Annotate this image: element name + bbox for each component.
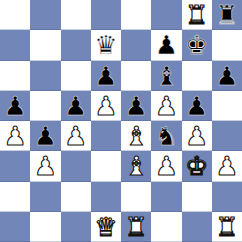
white-king[interactable]: ♚ [185,153,208,179]
square-a5[interactable]: ♟ [0,91,30,121]
square-a6[interactable] [0,61,30,91]
square-d1[interactable]: ♛ [91,212,121,242]
square-a7[interactable] [0,30,30,60]
square-d4[interactable] [91,121,121,151]
square-f5[interactable]: ♟ [151,91,181,121]
square-f1[interactable] [151,212,181,242]
square-a4[interactable]: ♟ [0,121,30,151]
square-h2[interactable] [212,182,242,212]
square-g3[interactable]: ♚ [182,151,212,181]
square-b6[interactable] [30,61,60,91]
square-e2[interactable] [121,182,151,212]
square-e8[interactable] [121,0,151,30]
square-e6[interactable] [121,61,151,91]
white-rook[interactable]: ♜ [185,2,208,28]
square-b1[interactable] [30,212,60,242]
square-h4[interactable] [212,121,242,151]
square-f6[interactable]: ♝ [151,61,181,91]
square-d7[interactable]: ♛ [91,30,121,60]
square-e5[interactable]: ♟ [121,91,151,121]
square-h8[interactable]: ♜ [212,0,242,30]
white-bishop[interactable]: ♝ [124,123,147,149]
white-rook[interactable]: ♜ [124,214,147,240]
square-g6[interactable] [182,61,212,91]
square-c5[interactable]: ♟ [61,91,91,121]
white-queen[interactable]: ♛ [94,214,117,240]
square-c4[interactable]: ♟ [61,121,91,151]
square-a1[interactable] [0,212,30,242]
square-g1[interactable] [182,212,212,242]
black-pawn[interactable]: ♟ [124,93,147,119]
square-g8[interactable]: ♜ [182,0,212,30]
black-pawn[interactable]: ♟ [64,93,87,119]
square-a3[interactable] [0,151,30,181]
square-g7[interactable]: ♚ [182,30,212,60]
square-b8[interactable] [30,0,60,30]
square-e3[interactable]: ♝ [121,151,151,181]
square-g2[interactable] [182,182,212,212]
square-c2[interactable] [61,182,91,212]
square-d3[interactable] [91,151,121,181]
square-b5[interactable] [30,91,60,121]
square-c7[interactable] [61,30,91,60]
square-e1[interactable]: ♜ [121,212,151,242]
square-f2[interactable] [151,182,181,212]
square-e7[interactable] [121,30,151,60]
black-pawn[interactable]: ♟ [94,63,117,89]
black-king[interactable]: ♚ [185,32,208,58]
white-pawn[interactable]: ♟ [155,93,178,119]
square-f7[interactable]: ♟ [151,30,181,60]
black-queen[interactable]: ♛ [94,32,117,58]
square-c6[interactable] [61,61,91,91]
black-bishop[interactable]: ♝ [155,63,178,89]
black-knight[interactable]: ♞ [155,123,178,149]
black-pawn[interactable]: ♟ [34,123,57,149]
white-rook[interactable]: ♜ [215,214,238,240]
square-h6[interactable]: ♟ [212,61,242,91]
square-h5[interactable] [212,91,242,121]
square-d5[interactable]: ♟ [91,91,121,121]
square-e4[interactable]: ♝ [121,121,151,151]
square-f8[interactable] [151,0,181,30]
square-c3[interactable] [61,151,91,181]
square-h3[interactable]: ♟ [212,151,242,181]
white-pawn[interactable]: ♟ [215,153,238,179]
square-g5[interactable]: ♟ [182,91,212,121]
square-c1[interactable] [61,212,91,242]
white-pawn[interactable]: ♟ [64,123,87,149]
white-bishop[interactable]: ♝ [124,153,147,179]
white-pawn[interactable]: ♟ [3,123,26,149]
square-b2[interactable] [30,182,60,212]
square-f4[interactable]: ♞ [151,121,181,151]
square-a8[interactable] [0,0,30,30]
square-b7[interactable] [30,30,60,60]
square-h1[interactable]: ♜ [212,212,242,242]
white-pawn[interactable]: ♟ [34,153,57,179]
black-pawn[interactable]: ♟ [215,63,238,89]
square-h7[interactable] [212,30,242,60]
black-rook[interactable]: ♜ [215,2,238,28]
black-pawn[interactable]: ♟ [3,93,26,119]
chess-board: ♜♜♛♟♚♟♝♟♟♟♟♟♟♟♟♟♟♝♞♟♟♝♟♚♟♛♜♜ [0,0,242,242]
square-b4[interactable]: ♟ [30,121,60,151]
square-d6[interactable]: ♟ [91,61,121,91]
square-c8[interactable] [61,0,91,30]
square-d8[interactable] [91,0,121,30]
square-d2[interactable] [91,182,121,212]
square-g4[interactable]: ♟ [182,121,212,151]
square-f3[interactable]: ♟ [151,151,181,181]
white-pawn[interactable]: ♟ [185,123,208,149]
square-b3[interactable]: ♟ [30,151,60,181]
white-pawn[interactable]: ♟ [155,153,178,179]
white-pawn[interactable]: ♟ [94,93,117,119]
black-pawn[interactable]: ♟ [155,32,178,58]
square-a2[interactable] [0,182,30,212]
black-pawn[interactable]: ♟ [185,93,208,119]
